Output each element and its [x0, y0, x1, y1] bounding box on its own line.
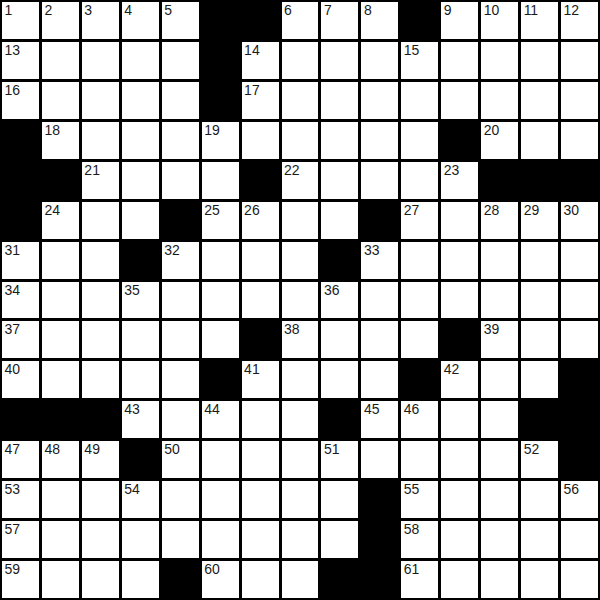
grid-cell[interactable] — [441, 282, 478, 319]
grid-cell[interactable] — [242, 481, 279, 518]
grid-cell[interactable] — [282, 481, 319, 518]
grid-cell[interactable]: 41 — [242, 361, 279, 398]
clue-number: 29 — [524, 203, 540, 218]
clue-number: 20 — [484, 123, 500, 138]
clue-number: 1 — [5, 3, 13, 18]
grid-cell[interactable] — [481, 441, 518, 478]
grid-cell[interactable]: 37 — [2, 321, 39, 358]
grid-cell[interactable] — [282, 401, 319, 438]
grid-cell[interactable] — [561, 82, 598, 119]
black-square — [202, 42, 239, 79]
clue-number: 13 — [5, 43, 21, 58]
grid-cell[interactable] — [521, 321, 558, 358]
grid-cell[interactable] — [242, 521, 279, 558]
grid-cell[interactable]: 59 — [2, 561, 39, 598]
black-square — [162, 561, 199, 598]
black-square — [122, 242, 159, 279]
grid-cell[interactable] — [321, 321, 358, 358]
grid-cell[interactable] — [441, 481, 478, 518]
grid-cell[interactable]: 39 — [481, 321, 518, 358]
grid-cell[interactable] — [282, 202, 319, 239]
grid-cell[interactable] — [441, 521, 478, 558]
grid-cell[interactable] — [122, 561, 159, 598]
clue-number: 39 — [484, 322, 500, 337]
grid-cell[interactable]: 8 — [361, 2, 398, 39]
grid-cell[interactable]: 17 — [242, 82, 279, 119]
grid-cell[interactable] — [282, 521, 319, 558]
grid-cell[interactable] — [361, 321, 398, 358]
clue-number: 31 — [5, 243, 21, 258]
clue-number: 36 — [324, 283, 340, 298]
clue-number: 8 — [364, 3, 372, 18]
grid-cell[interactable] — [401, 441, 438, 478]
clue-number: 26 — [244, 203, 260, 218]
grid-cell[interactable] — [42, 561, 79, 598]
black-square — [162, 202, 199, 239]
grid-cell[interactable] — [361, 441, 398, 478]
grid-cell[interactable] — [82, 521, 119, 558]
black-square — [441, 321, 478, 358]
clue-number: 58 — [404, 522, 420, 537]
clue-number: 53 — [5, 482, 21, 497]
grid-cell[interactable]: 14 — [242, 42, 279, 79]
grid-cell[interactable] — [481, 481, 518, 518]
grid-cell[interactable] — [82, 242, 119, 279]
grid-cell[interactable] — [42, 321, 79, 358]
black-square — [42, 162, 79, 199]
black-square — [481, 162, 518, 199]
grid-cell[interactable]: 25 — [202, 202, 239, 239]
grid-cell[interactable]: 28 — [481, 202, 518, 239]
grid-cell[interactable] — [42, 361, 79, 398]
grid-cell[interactable] — [122, 82, 159, 119]
grid-cell[interactable] — [561, 242, 598, 279]
black-square — [321, 561, 358, 598]
grid-cell[interactable] — [202, 242, 239, 279]
grid-cell[interactable]: 13 — [2, 42, 39, 79]
clue-number: 40 — [5, 362, 21, 377]
grid-cell[interactable] — [282, 561, 319, 598]
clue-number: 52 — [524, 442, 540, 457]
clue-number: 27 — [404, 203, 420, 218]
grid-cell[interactable] — [42, 521, 79, 558]
grid-cell[interactable] — [401, 242, 438, 279]
grid-cell[interactable] — [42, 481, 79, 518]
grid-cell[interactable]: 36 — [321, 282, 358, 319]
grid-cell[interactable]: 10 — [481, 2, 518, 39]
grid-cell[interactable] — [162, 521, 199, 558]
clue-number: 25 — [204, 203, 220, 218]
clue-number: 14 — [244, 43, 260, 58]
clue-number: 34 — [5, 283, 21, 298]
grid-cell[interactable] — [282, 441, 319, 478]
grid-cell[interactable] — [401, 321, 438, 358]
grid-cell[interactable] — [202, 282, 239, 319]
grid-cell[interactable]: 49 — [82, 441, 119, 478]
grid-cell[interactable] — [321, 162, 358, 199]
grid-cell[interactable] — [441, 42, 478, 79]
clue-number: 21 — [84, 163, 100, 178]
clue-number: 45 — [364, 402, 380, 417]
clue-number: 41 — [244, 362, 260, 377]
black-square — [521, 401, 558, 438]
grid-cell[interactable]: 11 — [521, 2, 558, 39]
grid-cell[interactable] — [561, 282, 598, 319]
grid-cell[interactable] — [321, 82, 358, 119]
grid-cell[interactable] — [521, 361, 558, 398]
grid-cell[interactable] — [441, 82, 478, 119]
grid-cell[interactable]: 60 — [202, 561, 239, 598]
grid-cell[interactable] — [242, 401, 279, 438]
grid-cell[interactable]: 6 — [282, 2, 319, 39]
black-square — [361, 481, 398, 518]
grid-cell[interactable] — [521, 242, 558, 279]
clue-number: 57 — [5, 522, 21, 537]
clue-number: 3 — [84, 3, 92, 18]
grid-cell[interactable] — [521, 42, 558, 79]
grid-cell[interactable] — [521, 561, 558, 598]
clue-number: 32 — [164, 243, 180, 258]
grid-cell[interactable]: 23 — [441, 162, 478, 199]
black-square — [2, 202, 39, 239]
grid-cell[interactable] — [481, 82, 518, 119]
grid-cell[interactable] — [481, 401, 518, 438]
black-square — [401, 2, 438, 39]
black-square — [361, 202, 398, 239]
black-square — [561, 401, 598, 438]
grid-cell[interactable] — [561, 321, 598, 358]
black-square — [202, 82, 239, 119]
grid-cell[interactable]: 12 — [561, 2, 598, 39]
grid-cell[interactable] — [321, 122, 358, 159]
grid-cell[interactable] — [282, 361, 319, 398]
black-square — [202, 2, 239, 39]
grid-cell[interactable] — [441, 202, 478, 239]
clue-number: 5 — [164, 3, 172, 18]
grid-cell[interactable]: 42 — [441, 361, 478, 398]
grid-cell[interactable]: 35 — [122, 282, 159, 319]
grid-cell[interactable] — [401, 122, 438, 159]
grid-cell[interactable] — [122, 361, 159, 398]
clue-number: 49 — [84, 442, 100, 457]
black-square — [2, 122, 39, 159]
grid-cell[interactable] — [321, 361, 358, 398]
clue-number: 30 — [564, 203, 580, 218]
clue-number: 4 — [124, 3, 132, 18]
clue-number: 44 — [204, 402, 220, 417]
grid-cell[interactable]: 51 — [321, 441, 358, 478]
grid-cell[interactable]: 52 — [521, 441, 558, 478]
clue-number: 28 — [484, 203, 500, 218]
grid-cell[interactable] — [321, 481, 358, 518]
grid-cell[interactable]: 58 — [401, 521, 438, 558]
grid-cell[interactable]: 24 — [42, 202, 79, 239]
grid-cell[interactable] — [162, 401, 199, 438]
black-square — [82, 401, 119, 438]
clue-number: 56 — [564, 482, 580, 497]
grid-cell[interactable] — [82, 481, 119, 518]
grid-cell[interactable] — [162, 82, 199, 119]
grid-cell[interactable] — [481, 361, 518, 398]
grid-cell[interactable]: 29 — [521, 202, 558, 239]
grid-cell[interactable]: 18 — [42, 122, 79, 159]
crossword-board: 1234567891011121314151617181920212223242… — [0, 0, 600, 600]
grid-cell[interactable] — [162, 282, 199, 319]
black-square — [401, 361, 438, 398]
grid-cell[interactable] — [202, 441, 239, 478]
grid-cell[interactable]: 9 — [441, 2, 478, 39]
clue-number: 42 — [444, 362, 460, 377]
grid-cell[interactable] — [82, 202, 119, 239]
grid-cell[interactable] — [481, 561, 518, 598]
grid-cell[interactable] — [82, 122, 119, 159]
clue-number: 59 — [5, 562, 21, 577]
grid-cell[interactable]: 55 — [401, 481, 438, 518]
clue-number: 11 — [524, 3, 539, 18]
grid-cell[interactable]: 30 — [561, 202, 598, 239]
grid-cell[interactable] — [441, 441, 478, 478]
grid-cell[interactable]: 53 — [2, 481, 39, 518]
grid-cell[interactable] — [441, 401, 478, 438]
black-square — [441, 122, 478, 159]
grid-cell[interactable] — [82, 561, 119, 598]
clue-number: 22 — [284, 163, 300, 178]
grid-cell[interactable]: 19 — [202, 122, 239, 159]
grid-cell[interactable] — [42, 42, 79, 79]
clue-number: 16 — [5, 83, 21, 98]
grid-cell[interactable]: 57 — [2, 521, 39, 558]
grid-cell[interactable] — [162, 122, 199, 159]
grid-cell[interactable] — [242, 282, 279, 319]
grid-cell[interactable] — [561, 561, 598, 598]
black-square — [2, 401, 39, 438]
clue-number: 47 — [5, 442, 21, 457]
clue-number: 48 — [44, 442, 60, 457]
grid-cell[interactable]: 7 — [321, 2, 358, 39]
black-square — [561, 162, 598, 199]
clue-number: 19 — [204, 123, 220, 138]
clue-number: 38 — [284, 322, 300, 337]
grid-cell[interactable] — [122, 202, 159, 239]
grid-cell[interactable] — [202, 481, 239, 518]
black-square — [321, 401, 358, 438]
clue-number: 46 — [404, 402, 420, 417]
grid-cell[interactable]: 4 — [122, 2, 159, 39]
grid-cell[interactable]: 43 — [122, 401, 159, 438]
clue-number: 54 — [124, 482, 140, 497]
grid-cell[interactable]: 40 — [2, 361, 39, 398]
grid-cell[interactable] — [82, 42, 119, 79]
grid-cell[interactable]: 46 — [401, 401, 438, 438]
grid-cell[interactable]: 33 — [361, 242, 398, 279]
grid-cell[interactable] — [122, 521, 159, 558]
grid-cell[interactable]: 27 — [401, 202, 438, 239]
grid-cell[interactable]: 44 — [202, 401, 239, 438]
black-square — [42, 401, 79, 438]
clue-number: 2 — [44, 3, 52, 18]
grid-cell[interactable] — [361, 42, 398, 79]
grid-cell[interactable] — [282, 82, 319, 119]
grid-cell[interactable]: 47 — [2, 441, 39, 478]
clue-number: 23 — [444, 163, 460, 178]
clue-number: 51 — [324, 442, 340, 457]
grid-cell[interactable] — [481, 42, 518, 79]
black-square — [561, 361, 598, 398]
grid-cell[interactable] — [401, 82, 438, 119]
grid-cell[interactable] — [282, 242, 319, 279]
clue-number: 37 — [5, 322, 21, 337]
grid-cell[interactable]: 34 — [2, 282, 39, 319]
grid-cell[interactable] — [481, 282, 518, 319]
grid-cell[interactable] — [202, 521, 239, 558]
clue-number: 12 — [564, 3, 580, 18]
grid-cell[interactable]: 20 — [481, 122, 518, 159]
grid-cell[interactable]: 38 — [282, 321, 319, 358]
grid-cell[interactable] — [122, 321, 159, 358]
black-square — [361, 561, 398, 598]
black-square — [242, 162, 279, 199]
grid-cell[interactable] — [122, 42, 159, 79]
grid-cell[interactable]: 15 — [401, 42, 438, 79]
grid-cell[interactable]: 45 — [361, 401, 398, 438]
grid-cell[interactable] — [82, 82, 119, 119]
grid-cell[interactable]: 22 — [282, 162, 319, 199]
grid-cell[interactable] — [521, 521, 558, 558]
grid-cell[interactable] — [242, 122, 279, 159]
grid-cell[interactable] — [561, 42, 598, 79]
grid-cell[interactable]: 21 — [82, 162, 119, 199]
clue-number: 10 — [484, 3, 500, 18]
grid-cell[interactable] — [162, 361, 199, 398]
grid-cell[interactable] — [282, 282, 319, 319]
clue-number: 17 — [244, 83, 260, 98]
clue-number: 60 — [204, 562, 220, 577]
grid-cell[interactable] — [321, 42, 358, 79]
grid-cell[interactable] — [242, 561, 279, 598]
grid-cell[interactable] — [361, 282, 398, 319]
grid-cell[interactable] — [481, 521, 518, 558]
grid-cell[interactable] — [521, 122, 558, 159]
black-square — [361, 521, 398, 558]
grid-cell[interactable]: 32 — [162, 242, 199, 279]
grid-cell[interactable] — [441, 561, 478, 598]
grid-cell[interactable] — [202, 162, 239, 199]
grid-cell[interactable] — [42, 282, 79, 319]
grid-cell[interactable] — [242, 242, 279, 279]
grid-cell[interactable]: 61 — [401, 561, 438, 598]
grid-cell[interactable]: 48 — [42, 441, 79, 478]
grid-cell[interactable] — [82, 361, 119, 398]
grid-cell[interactable]: 1 — [2, 2, 39, 39]
grid-cell[interactable]: 3 — [82, 2, 119, 39]
grid-cell[interactable] — [282, 122, 319, 159]
grid-cell[interactable] — [361, 162, 398, 199]
clue-number: 6 — [284, 3, 292, 18]
grid-cell[interactable] — [82, 321, 119, 358]
grid-cell[interactable] — [162, 481, 199, 518]
grid-cell[interactable] — [561, 521, 598, 558]
grid-cell[interactable] — [321, 521, 358, 558]
grid-cell[interactable] — [282, 42, 319, 79]
black-square — [2, 162, 39, 199]
grid-cell[interactable] — [242, 441, 279, 478]
grid-cell[interactable] — [521, 481, 558, 518]
grid-cell[interactable]: 56 — [561, 481, 598, 518]
black-square — [561, 441, 598, 478]
clue-number: 18 — [44, 123, 60, 138]
grid-cell[interactable] — [42, 82, 79, 119]
grid-cell[interactable]: 2 — [42, 2, 79, 39]
grid-cell[interactable]: 31 — [2, 242, 39, 279]
grid-cell[interactable]: 5 — [162, 2, 199, 39]
black-square — [202, 361, 239, 398]
grid-cell[interactable] — [82, 282, 119, 319]
grid-cell[interactable] — [441, 242, 478, 279]
grid-cell[interactable] — [401, 162, 438, 199]
clue-number: 15 — [404, 43, 420, 58]
clue-number: 55 — [404, 482, 420, 497]
grid-cell[interactable] — [162, 42, 199, 79]
grid-cell[interactable]: 54 — [122, 481, 159, 518]
grid-cell[interactable] — [122, 122, 159, 159]
grid-cell[interactable] — [42, 242, 79, 279]
grid-cell[interactable] — [122, 162, 159, 199]
grid-cell[interactable] — [361, 82, 398, 119]
grid-cell[interactable] — [521, 82, 558, 119]
clue-number: 24 — [44, 203, 60, 218]
grid-cell[interactable] — [361, 122, 398, 159]
black-square — [242, 2, 279, 39]
clue-number: 7 — [324, 3, 332, 18]
grid-cell[interactable] — [162, 321, 199, 358]
black-square — [521, 162, 558, 199]
grid-cell[interactable]: 50 — [162, 441, 199, 478]
grid-cell[interactable] — [561, 122, 598, 159]
black-square — [321, 242, 358, 279]
grid-cell[interactable]: 16 — [2, 82, 39, 119]
grid-cell[interactable] — [401, 282, 438, 319]
clue-number: 35 — [124, 283, 140, 298]
black-square — [242, 321, 279, 358]
grid-cell[interactable] — [202, 321, 239, 358]
grid-cell[interactable] — [521, 282, 558, 319]
clue-number: 33 — [364, 243, 380, 258]
clue-number: 61 — [404, 562, 420, 577]
black-square — [122, 441, 159, 478]
grid-cell[interactable] — [162, 162, 199, 199]
grid-cell[interactable] — [321, 202, 358, 239]
grid-cell[interactable] — [361, 361, 398, 398]
clue-number: 43 — [124, 402, 140, 417]
clue-number: 9 — [444, 3, 452, 18]
grid-cell[interactable]: 26 — [242, 202, 279, 239]
grid-cell[interactable] — [481, 242, 518, 279]
clue-number: 50 — [164, 442, 180, 457]
